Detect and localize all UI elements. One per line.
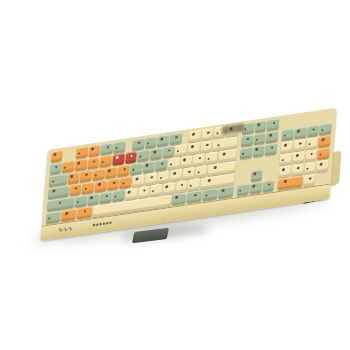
keycap-pgdn	[265, 143, 277, 156]
doodle-legend-icon	[146, 164, 149, 167]
doodle-legend-icon	[190, 184, 192, 186]
keycap-j	[145, 172, 157, 185]
doodle-legend-icon	[319, 163, 322, 166]
doodle-legend-icon	[138, 142, 141, 144]
doodle-legend-icon	[140, 155, 142, 157]
keycap-8	[150, 147, 162, 160]
keycap-np5	[292, 151, 304, 164]
doodle-legend-icon	[284, 134, 286, 136]
keycap-comma	[162, 182, 174, 195]
keycap-np-dot	[303, 174, 315, 187]
keycap-f2	[88, 144, 100, 157]
keycap-f9	[188, 130, 200, 143]
keycap-d	[94, 180, 106, 193]
doodle-legend-icon	[175, 196, 178, 199]
keycap-np9	[306, 137, 318, 150]
doodle-legend-icon	[273, 122, 276, 124]
keycap-np-minus	[319, 123, 331, 136]
doodle-legend-icon	[108, 169, 111, 172]
keycap-home	[253, 132, 265, 145]
keycap-f4	[113, 141, 125, 154]
doodle-legend-icon	[321, 138, 324, 141]
doodle-legend-icon	[84, 188, 86, 190]
keycap-5	[112, 153, 124, 166]
keycap-ins	[241, 134, 253, 147]
doodle-legend-icon	[93, 161, 96, 163]
doodle-legend-icon	[299, 143, 302, 145]
keyboard-product-photo: ∿∿∿ ▪▪▪▪▪▪	[0, 0, 350, 350]
doodle-legend-icon	[115, 156, 118, 159]
keycap-left	[237, 183, 249, 196]
keycap-7	[137, 149, 149, 162]
doodle-legend-icon	[85, 174, 88, 176]
keycap-k	[157, 171, 169, 184]
doodle-legend-icon	[308, 143, 310, 145]
doodle-legend-icon	[173, 172, 176, 175]
keycap-9	[162, 146, 174, 159]
doodle-legend-icon	[217, 144, 219, 146]
doodle-legend-icon	[297, 130, 300, 133]
doodle-legend-icon	[207, 132, 210, 134]
doodle-legend-icon	[309, 178, 312, 180]
doodle-legend-icon	[95, 174, 97, 176]
doodle-legend-icon	[256, 139, 258, 141]
doodle-legend-icon	[115, 195, 117, 197]
keycap-3	[87, 157, 99, 170]
doodle-legend-icon	[198, 157, 201, 159]
doodle-legend-icon	[208, 158, 210, 160]
keycap-e	[92, 168, 104, 181]
doodle-legend-icon	[244, 128, 246, 130]
doodle-legend-icon	[191, 145, 194, 148]
keycap-period	[175, 180, 187, 193]
keycap-q	[67, 172, 79, 185]
doodle-legend-icon	[135, 177, 138, 180]
keycap-minus	[187, 142, 199, 155]
doodle-legend-icon	[255, 148, 258, 151]
keycap-f3	[101, 143, 113, 156]
keycap-np3	[304, 161, 316, 174]
doodle-legend-icon	[98, 183, 101, 186]
keycap-n	[137, 186, 149, 199]
doodle-legend-icon	[130, 155, 133, 157]
doodle-legend-icon	[168, 150, 171, 152]
keycap-np-multiply	[307, 125, 319, 138]
keycap-x	[87, 193, 99, 206]
doodle-legend-icon	[78, 152, 80, 154]
doodle-legend-icon	[102, 161, 104, 163]
keycap-np7	[281, 141, 293, 154]
doodle-legend-icon	[222, 153, 225, 156]
doodle-legend-icon	[78, 162, 81, 165]
doodle-legend-icon	[147, 142, 149, 144]
keycap-pgup	[266, 131, 278, 144]
doodle-legend-icon	[170, 163, 172, 165]
doodle-legend-icon	[269, 134, 272, 137]
keycap-rbracket	[205, 152, 217, 165]
doodle-legend-icon	[90, 196, 93, 199]
keycap-i	[155, 159, 167, 172]
doodle-legend-icon	[160, 137, 163, 140]
doodle-legend-icon	[160, 177, 162, 179]
keycap-f10	[201, 128, 213, 141]
doodle-legend-icon	[208, 179, 211, 182]
doodle-legend-icon	[122, 182, 124, 184]
doodle-legend-icon	[197, 171, 199, 173]
doodle-legend-icon	[188, 171, 191, 173]
doodle-legend-icon	[143, 190, 146, 192]
keycap-w	[80, 170, 92, 183]
doodle-legend-icon	[52, 180, 54, 182]
doodle-legend-icon	[91, 147, 94, 150]
doodle-legend-icon	[297, 167, 300, 169]
keycap-up	[250, 169, 262, 182]
doodle-legend-icon	[48, 217, 50, 219]
keycap-h	[132, 174, 144, 187]
doodle-legend-icon	[84, 210, 87, 212]
keycap-quote	[195, 165, 207, 178]
doodle-legend-icon	[222, 189, 225, 192]
keycap-o	[168, 157, 180, 170]
doodle-legend-icon	[206, 144, 209, 146]
keycap-b	[125, 188, 137, 201]
keycap-f1	[75, 146, 87, 159]
doodle-legend-icon	[216, 132, 218, 134]
doodle-legend-icon	[53, 153, 56, 156]
keycap-s	[82, 182, 94, 195]
doodle-legend-icon	[320, 153, 322, 155]
keycap-p	[180, 155, 192, 168]
doodle-legend-icon	[253, 172, 256, 175]
keycap-m	[150, 184, 162, 197]
doodle-legend-icon	[150, 176, 153, 178]
doodle-legend-icon	[310, 153, 313, 155]
keycap-np2	[291, 163, 303, 176]
doodle-legend-icon	[161, 163, 164, 165]
keycap-semicolon	[182, 167, 194, 180]
doodle-legend-icon	[77, 201, 79, 203]
doodle-legend-icon	[282, 168, 285, 171]
doodle-legend-icon	[175, 136, 178, 138]
doodle-legend-icon	[166, 185, 169, 188]
keycap-r	[105, 166, 117, 179]
doodle-legend-icon	[242, 153, 244, 155]
keycap-6	[125, 151, 137, 164]
doodle-legend-icon	[247, 138, 250, 140]
keycap-z	[75, 195, 87, 208]
keycap-esc	[50, 150, 62, 163]
keycap-f8	[170, 132, 182, 145]
wordmark-logo-icon: ▪▪▪▪▪▪	[92, 220, 112, 227]
keycap-np8	[293, 139, 305, 152]
keycap-equals	[200, 140, 212, 153]
doodle-legend-icon	[257, 123, 260, 126]
doodle-legend-icon	[123, 168, 126, 170]
keycap-grave	[49, 162, 61, 175]
doodle-legend-icon	[70, 175, 73, 178]
keycap-f	[107, 178, 119, 191]
doodle-legend-icon	[205, 194, 207, 196]
doodle-legend-icon	[177, 150, 179, 152]
doodle-legend-icon	[132, 169, 134, 171]
keycap-l	[170, 169, 182, 182]
doodle-legend-icon	[268, 184, 271, 186]
keycap-np-enter	[316, 160, 328, 173]
doodle-legend-icon	[192, 133, 195, 136]
doodle-legend-icon	[181, 184, 184, 186]
doodle-legend-icon	[52, 189, 55, 192]
keycap-y	[130, 162, 142, 175]
doodle-legend-icon	[153, 151, 156, 154]
doodle-legend-icon	[322, 129, 324, 131]
keycap-pause	[267, 118, 279, 131]
keycap-down	[250, 181, 262, 194]
doodle-legend-icon	[253, 185, 256, 188]
keycap-np6	[305, 149, 317, 162]
doodle-legend-icon	[295, 154, 298, 157]
keycap-4	[100, 155, 112, 168]
keycap-np-plus-lower	[317, 147, 329, 160]
keycap-np1	[279, 165, 291, 178]
doodle-legend-icon	[239, 189, 241, 191]
keycap-c	[100, 191, 112, 204]
doodle-legend-icon	[65, 212, 68, 215]
keycap-prtsc	[242, 122, 254, 135]
keycap-scrlk	[254, 120, 266, 133]
doodle-legend-icon	[194, 194, 197, 196]
keycap-t	[117, 164, 129, 177]
doodle-legend-icon	[284, 144, 287, 147]
doodle-legend-icon	[282, 159, 284, 161]
keycap-lbracket	[193, 153, 205, 166]
doodle-legend-icon	[55, 166, 58, 168]
keycap-a	[69, 183, 81, 196]
keycap-np-plus	[318, 135, 330, 148]
keycap-del	[240, 146, 252, 159]
doodle-legend-icon	[152, 190, 154, 192]
keycap-v	[112, 189, 124, 202]
keycap-end	[252, 145, 264, 158]
doodle-legend-icon	[106, 146, 109, 148]
doodle-legend-icon	[128, 191, 131, 194]
doodle-legend-icon	[113, 182, 116, 184]
doodle-legend-icon	[75, 187, 78, 189]
keycap-np4	[280, 153, 292, 166]
keycap-np-divide	[294, 126, 306, 139]
doodle-legend-icon	[116, 147, 118, 149]
keycap-slash	[188, 178, 200, 191]
keycap-0	[175, 144, 187, 157]
keycap-f6	[145, 136, 157, 149]
doodle-legend-icon	[214, 166, 217, 169]
keycap-right	[262, 180, 274, 193]
doodle-legend-icon	[64, 166, 66, 168]
keycap-u	[143, 161, 155, 174]
keycap-f5	[132, 138, 144, 151]
keycap-f7	[157, 134, 169, 147]
doodle-legend-icon	[284, 180, 287, 183]
script-logo-icon: ∿∿∿	[57, 225, 72, 233]
doodle-legend-icon	[59, 202, 62, 204]
doodle-legend-icon	[312, 129, 315, 131]
doodle-legend-icon	[306, 168, 308, 170]
keycap-numlock	[282, 128, 294, 141]
doodle-legend-icon	[271, 147, 274, 149]
doodle-legend-icon	[105, 195, 108, 197]
doodle-legend-icon	[183, 158, 186, 161]
keycap-1	[62, 160, 74, 173]
keycap-g	[120, 176, 132, 189]
keycap-2	[74, 158, 86, 171]
